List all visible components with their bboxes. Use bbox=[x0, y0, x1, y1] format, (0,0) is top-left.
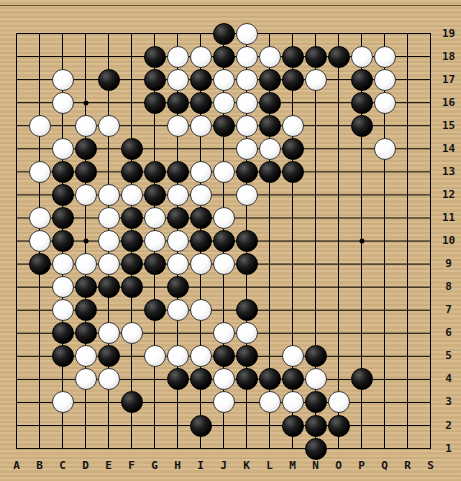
black-stone-O18[interactable] bbox=[328, 46, 350, 68]
white-stone-K16[interactable] bbox=[236, 92, 258, 114]
column-label-E: E bbox=[97, 459, 120, 473]
white-stone-C7[interactable] bbox=[52, 299, 74, 321]
black-stone-E17[interactable] bbox=[98, 69, 120, 91]
white-stone-E12[interactable] bbox=[98, 184, 120, 206]
row-label-5: 5 bbox=[437, 349, 460, 363]
black-stone-F8[interactable] bbox=[121, 276, 143, 298]
column-label-J: J bbox=[212, 459, 235, 473]
black-stone-J5[interactable] bbox=[213, 345, 235, 367]
white-stone-K15[interactable] bbox=[236, 115, 258, 137]
black-stone-P15[interactable] bbox=[351, 115, 373, 137]
white-stone-M5[interactable] bbox=[282, 345, 304, 367]
black-stone-I10[interactable] bbox=[190, 230, 212, 252]
white-stone-I7[interactable] bbox=[190, 299, 212, 321]
black-stone-D8[interactable] bbox=[75, 276, 97, 298]
black-stone-G7[interactable] bbox=[144, 299, 166, 321]
white-stone-Q18[interactable] bbox=[374, 46, 396, 68]
row-label-8: 8 bbox=[437, 280, 460, 294]
white-stone-J13[interactable] bbox=[213, 161, 235, 183]
row-label-17: 17 bbox=[437, 73, 460, 87]
white-stone-E9[interactable] bbox=[98, 253, 120, 275]
white-stone-H15[interactable] bbox=[167, 115, 189, 137]
black-stone-C13[interactable] bbox=[52, 161, 74, 183]
row-label-16: 16 bbox=[437, 96, 460, 110]
black-stone-D6[interactable] bbox=[75, 322, 97, 344]
white-stone-G10[interactable] bbox=[144, 230, 166, 252]
column-label-G: G bbox=[143, 459, 166, 473]
black-stone-E5[interactable] bbox=[98, 345, 120, 367]
row-label-14: 14 bbox=[437, 142, 460, 156]
star-point bbox=[83, 100, 88, 105]
white-stone-O3[interactable] bbox=[328, 391, 350, 413]
column-label-D: D bbox=[74, 459, 97, 473]
black-stone-B9[interactable] bbox=[29, 253, 51, 275]
black-stone-H13[interactable] bbox=[167, 161, 189, 183]
white-stone-L3[interactable] bbox=[259, 391, 281, 413]
white-stone-F6[interactable] bbox=[121, 322, 143, 344]
white-stone-I18[interactable] bbox=[190, 46, 212, 68]
white-stone-L14[interactable] bbox=[259, 138, 281, 160]
black-stone-K4[interactable] bbox=[236, 368, 258, 390]
black-stone-I17[interactable] bbox=[190, 69, 212, 91]
row-label-3: 3 bbox=[437, 395, 460, 409]
black-stone-N2[interactable] bbox=[305, 415, 327, 437]
white-stone-B11[interactable] bbox=[29, 207, 51, 229]
white-stone-D15[interactable] bbox=[75, 115, 97, 137]
star-point bbox=[83, 239, 88, 244]
white-stone-G5[interactable] bbox=[144, 345, 166, 367]
star-point bbox=[359, 239, 364, 244]
white-stone-C16[interactable] bbox=[52, 92, 74, 114]
black-stone-K10[interactable] bbox=[236, 230, 258, 252]
black-stone-C12[interactable] bbox=[52, 184, 74, 206]
black-stone-L13[interactable] bbox=[259, 161, 281, 183]
black-stone-K7[interactable] bbox=[236, 299, 258, 321]
white-stone-E4[interactable] bbox=[98, 368, 120, 390]
black-stone-L4[interactable] bbox=[259, 368, 281, 390]
white-stone-H10[interactable] bbox=[167, 230, 189, 252]
white-stone-H17[interactable] bbox=[167, 69, 189, 91]
white-stone-C3[interactable] bbox=[52, 391, 74, 413]
black-stone-C6[interactable] bbox=[52, 322, 74, 344]
white-stone-K17[interactable] bbox=[236, 69, 258, 91]
black-stone-G17[interactable] bbox=[144, 69, 166, 91]
row-label-15: 15 bbox=[437, 119, 460, 133]
black-stone-J18[interactable] bbox=[213, 46, 235, 68]
black-stone-K13[interactable] bbox=[236, 161, 258, 183]
white-stone-K19[interactable] bbox=[236, 23, 258, 45]
row-label-4: 4 bbox=[437, 372, 460, 386]
black-stone-J15[interactable] bbox=[213, 115, 235, 137]
row-label-1: 1 bbox=[437, 442, 460, 456]
column-label-R: R bbox=[396, 459, 419, 473]
column-label-S: S bbox=[419, 459, 442, 473]
black-stone-P4[interactable] bbox=[351, 368, 373, 390]
row-label-12: 12 bbox=[437, 188, 460, 202]
row-label-6: 6 bbox=[437, 326, 460, 340]
white-stone-C9[interactable] bbox=[52, 253, 74, 275]
black-stone-F9[interactable] bbox=[121, 253, 143, 275]
row-label-11: 11 bbox=[437, 211, 460, 225]
black-stone-N18[interactable] bbox=[305, 46, 327, 68]
white-stone-E15[interactable] bbox=[98, 115, 120, 137]
black-stone-D13[interactable] bbox=[75, 161, 97, 183]
column-label-A: A bbox=[5, 459, 28, 473]
white-stone-E10[interactable] bbox=[98, 230, 120, 252]
white-stone-N17[interactable] bbox=[305, 69, 327, 91]
white-stone-K14[interactable] bbox=[236, 138, 258, 160]
black-stone-F10[interactable] bbox=[121, 230, 143, 252]
black-stone-G16[interactable] bbox=[144, 92, 166, 114]
black-stone-N5[interactable] bbox=[305, 345, 327, 367]
white-stone-H5[interactable] bbox=[167, 345, 189, 367]
white-stone-I15[interactable] bbox=[190, 115, 212, 137]
black-stone-F13[interactable] bbox=[121, 161, 143, 183]
white-stone-C17[interactable] bbox=[52, 69, 74, 91]
white-stone-J9[interactable] bbox=[213, 253, 235, 275]
black-stone-C5[interactable] bbox=[52, 345, 74, 367]
white-stone-K18[interactable] bbox=[236, 46, 258, 68]
black-stone-N1[interactable] bbox=[305, 438, 327, 460]
white-stone-C8[interactable] bbox=[52, 276, 74, 298]
white-stone-Q16[interactable] bbox=[374, 92, 396, 114]
black-stone-K5[interactable] bbox=[236, 345, 258, 367]
black-stone-J19[interactable] bbox=[213, 23, 235, 45]
white-stone-P18[interactable] bbox=[351, 46, 373, 68]
black-stone-G12[interactable] bbox=[144, 184, 166, 206]
column-label-M: M bbox=[281, 459, 304, 473]
black-stone-O2[interactable] bbox=[328, 415, 350, 437]
white-stone-I13[interactable] bbox=[190, 161, 212, 183]
black-stone-H8[interactable] bbox=[167, 276, 189, 298]
black-stone-C11[interactable] bbox=[52, 207, 74, 229]
column-label-F: F bbox=[120, 459, 143, 473]
white-stone-B13[interactable] bbox=[29, 161, 51, 183]
white-stone-H7[interactable] bbox=[167, 299, 189, 321]
white-stone-J17[interactable] bbox=[213, 69, 235, 91]
black-stone-I11[interactable] bbox=[190, 207, 212, 229]
black-stone-I16[interactable] bbox=[190, 92, 212, 114]
black-stone-G13[interactable] bbox=[144, 161, 166, 183]
white-stone-H9[interactable] bbox=[167, 253, 189, 275]
white-stone-N4[interactable] bbox=[305, 368, 327, 390]
white-stone-K6[interactable] bbox=[236, 322, 258, 344]
black-stone-N3[interactable] bbox=[305, 391, 327, 413]
column-label-N: N bbox=[304, 459, 327, 473]
black-stone-G18[interactable] bbox=[144, 46, 166, 68]
white-stone-M15[interactable] bbox=[282, 115, 304, 137]
white-stone-H12[interactable] bbox=[167, 184, 189, 206]
row-label-13: 13 bbox=[437, 165, 460, 179]
white-stone-D12[interactable] bbox=[75, 184, 97, 206]
column-label-P: P bbox=[350, 459, 373, 473]
black-stone-J10[interactable] bbox=[213, 230, 235, 252]
black-stone-H16[interactable] bbox=[167, 92, 189, 114]
white-stone-D4[interactable] bbox=[75, 368, 97, 390]
black-stone-F11[interactable] bbox=[121, 207, 143, 229]
column-label-L: L bbox=[258, 459, 281, 473]
white-stone-B15[interactable] bbox=[29, 115, 51, 137]
white-stone-J11[interactable] bbox=[213, 207, 235, 229]
white-stone-E6[interactable] bbox=[98, 322, 120, 344]
black-stone-P17[interactable] bbox=[351, 69, 373, 91]
white-stone-E11[interactable] bbox=[98, 207, 120, 229]
white-stone-H18[interactable] bbox=[167, 46, 189, 68]
row-label-18: 18 bbox=[437, 50, 460, 64]
black-stone-M13[interactable] bbox=[282, 161, 304, 183]
row-label-10: 10 bbox=[437, 234, 460, 248]
white-stone-G11[interactable] bbox=[144, 207, 166, 229]
black-stone-E8[interactable] bbox=[98, 276, 120, 298]
white-stone-F12[interactable] bbox=[121, 184, 143, 206]
black-stone-I2[interactable] bbox=[190, 415, 212, 437]
white-stone-L18[interactable] bbox=[259, 46, 281, 68]
row-label-19: 19 bbox=[437, 27, 460, 41]
black-stone-L17[interactable] bbox=[259, 69, 281, 91]
black-stone-K9[interactable] bbox=[236, 253, 258, 275]
white-stone-D9[interactable] bbox=[75, 253, 97, 275]
column-label-O: O bbox=[327, 459, 350, 473]
white-stone-I5[interactable] bbox=[190, 345, 212, 367]
black-stone-G9[interactable] bbox=[144, 253, 166, 275]
black-stone-H11[interactable] bbox=[167, 207, 189, 229]
black-stone-M14[interactable] bbox=[282, 138, 304, 160]
black-stone-D14[interactable] bbox=[75, 138, 97, 160]
black-stone-L16[interactable] bbox=[259, 92, 281, 114]
column-label-I: I bbox=[189, 459, 212, 473]
row-label-9: 9 bbox=[437, 257, 460, 271]
black-stone-M2[interactable] bbox=[282, 415, 304, 437]
go-board-screenshot: ABCDEFGHIJKLMNOPQRS 19181716151413121110… bbox=[0, 0, 461, 481]
white-stone-J4[interactable] bbox=[213, 368, 235, 390]
white-stone-M3[interactable] bbox=[282, 391, 304, 413]
white-stone-I9[interactable] bbox=[190, 253, 212, 275]
white-stone-J3[interactable] bbox=[213, 391, 235, 413]
white-stone-B10[interactable] bbox=[29, 230, 51, 252]
black-stone-C10[interactable] bbox=[52, 230, 74, 252]
white-stone-D5[interactable] bbox=[75, 345, 97, 367]
white-stone-Q14[interactable] bbox=[374, 138, 396, 160]
row-label-7: 7 bbox=[437, 303, 460, 317]
black-stone-M18[interactable] bbox=[282, 46, 304, 68]
row-label-2: 2 bbox=[437, 419, 460, 433]
column-label-H: H bbox=[166, 459, 189, 473]
white-stone-Q17[interactable] bbox=[374, 69, 396, 91]
white-stone-J16[interactable] bbox=[213, 92, 235, 114]
black-stone-M4[interactable] bbox=[282, 368, 304, 390]
black-stone-H4[interactable] bbox=[167, 368, 189, 390]
black-stone-D7[interactable] bbox=[75, 299, 97, 321]
black-stone-F3[interactable] bbox=[121, 391, 143, 413]
column-label-K: K bbox=[235, 459, 258, 473]
white-stone-I12[interactable] bbox=[190, 184, 212, 206]
black-stone-P16[interactable] bbox=[351, 92, 373, 114]
black-stone-I4[interactable] bbox=[190, 368, 212, 390]
column-label-B: B bbox=[28, 459, 51, 473]
black-stone-L15[interactable] bbox=[259, 115, 281, 137]
white-stone-K12[interactable] bbox=[236, 184, 258, 206]
black-stone-F14[interactable] bbox=[121, 138, 143, 160]
white-stone-C14[interactable] bbox=[52, 138, 74, 160]
column-label-Q: Q bbox=[373, 459, 396, 473]
column-label-C: C bbox=[51, 459, 74, 473]
white-stone-J6[interactable] bbox=[213, 322, 235, 344]
black-stone-M17[interactable] bbox=[282, 69, 304, 91]
